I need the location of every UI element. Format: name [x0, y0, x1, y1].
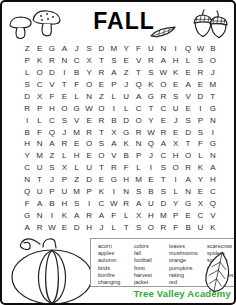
grid-cell[interactable]: O — [95, 150, 107, 162]
grid-cell[interactable]: V — [108, 150, 120, 162]
grid-cell[interactable]: I — [170, 174, 182, 186]
grid-cell[interactable]: L — [132, 162, 144, 174]
grid-cell[interactable]: A — [182, 174, 194, 186]
grid-cell[interactable]: O — [182, 150, 194, 162]
grid-cell[interactable]: R — [83, 209, 95, 221]
feather-icon — [150, 25, 177, 38]
grid-cell[interactable]: G — [207, 102, 219, 114]
grid-cell[interactable]: J — [46, 174, 58, 186]
grid-cell[interactable]: Z — [71, 174, 83, 186]
grid-cell[interactable]: Q — [132, 79, 144, 91]
grid-cell[interactable]: A — [157, 55, 169, 67]
grid-cell[interactable]: R — [132, 126, 144, 138]
grid-cell[interactable]: E — [194, 79, 206, 91]
grid-cell[interactable]: X — [194, 197, 206, 209]
grid-cell[interactable]: O — [207, 55, 219, 67]
grid-cell[interactable]: D — [157, 197, 169, 209]
grid-cell[interactable]: R — [182, 162, 194, 174]
grid-cell[interactable]: O — [83, 79, 95, 91]
grid-cell[interactable]: N — [120, 186, 132, 198]
grid-cell[interactable]: H — [170, 55, 182, 67]
grid-cell[interactable]: R — [95, 67, 107, 79]
word-search-grid: ZEGAJSDMYFUNIQWBPKRNCXTSEVRAHLSOLODIBYRA… — [21, 43, 219, 233]
grid-cell[interactable]: L — [71, 91, 83, 103]
grid-cell[interactable]: M — [132, 174, 144, 186]
grid-cell[interactable]: P — [33, 102, 45, 114]
grid-cell[interactable]: T — [33, 174, 45, 186]
grid-cell[interactable]: K — [120, 138, 132, 150]
grid-cell[interactable]: S — [21, 79, 33, 91]
grid-cell[interactable]: W — [145, 126, 157, 138]
grid-cell[interactable]: W — [83, 102, 95, 114]
grid-cell[interactable]: R — [157, 91, 169, 103]
grid-cell[interactable]: H — [71, 150, 83, 162]
grid-cell[interactable]: I — [108, 186, 120, 198]
grid-cell[interactable]: I — [207, 126, 219, 138]
grid-cell[interactable]: B — [182, 221, 194, 233]
publisher-credit: Tree Valley Academy — [134, 288, 231, 299]
grid-cell[interactable]: A — [95, 209, 107, 221]
grid-cell[interactable]: F — [194, 138, 206, 150]
grid-cell[interactable]: J — [207, 67, 219, 79]
grid-cell[interactable]: V — [207, 209, 219, 221]
grid-cell[interactable]: H — [58, 197, 70, 209]
grid-cell[interactable]: R — [194, 67, 206, 79]
grid-cell[interactable]: R — [83, 126, 95, 138]
grid-cell[interactable]: V — [46, 79, 58, 91]
acorns-icon — [189, 5, 231, 45]
grid-cell[interactable]: R — [157, 221, 169, 233]
grid-cell[interactable]: I — [194, 102, 206, 114]
grid-cell[interactable]: A — [71, 209, 83, 221]
grid-cell[interactable]: N — [83, 91, 95, 103]
grid-cell[interactable]: N — [207, 150, 219, 162]
grid-cell[interactable]: F — [33, 126, 45, 138]
grid-cell[interactable]: C — [71, 55, 83, 67]
grid-cell[interactable]: B — [120, 150, 132, 162]
grid-cell[interactable]: A — [21, 221, 33, 233]
grid-cell[interactable]: S — [71, 197, 83, 209]
grid-cell[interactable]: C — [46, 114, 58, 126]
grid-cell[interactable]: V — [182, 91, 194, 103]
grid-cell[interactable]: O — [83, 138, 95, 150]
grid-cell[interactable]: J — [145, 150, 157, 162]
grid-cell[interactable]: Z — [120, 67, 132, 79]
grid-cell[interactable]: D — [71, 221, 83, 233]
grid-cell[interactable]: Y — [83, 67, 95, 79]
grid-cell[interactable]: E — [182, 67, 194, 79]
grid-cell[interactable]: W — [194, 43, 206, 55]
grid-cell[interactable]: N — [21, 174, 33, 186]
worksheet-page: FALL ZEGAJSDMYFUNIQWBPKRNCXTSEVRAHLSOLOD… — [0, 0, 236, 305]
grid-cell[interactable]: L — [71, 162, 83, 174]
word-list-item: mushrooms — [169, 250, 207, 257]
grid-cell[interactable]: Y — [194, 174, 206, 186]
grid-cell[interactable]: T — [157, 174, 169, 186]
word-list-item: autumn — [98, 257, 134, 264]
grid-cell[interactable]: F — [120, 162, 132, 174]
word-list-item: football — [134, 257, 169, 264]
grid-cell[interactable]: Q — [182, 43, 194, 55]
grid-cell[interactable]: Q — [145, 138, 157, 150]
grid-cell[interactable]: T — [120, 221, 132, 233]
grid-cell[interactable]: G — [21, 209, 33, 221]
grid-cell[interactable]: Z — [46, 150, 58, 162]
grid-cell[interactable]: Y — [170, 197, 182, 209]
grid-cell[interactable]: E — [182, 209, 194, 221]
word-list-item: acorn — [98, 243, 134, 250]
grid-cell[interactable]: U — [145, 43, 157, 55]
grid-cell[interactable]: N — [132, 138, 144, 150]
grid-cell[interactable]: R — [95, 114, 107, 126]
grid-cell[interactable]: M — [207, 79, 219, 91]
grid-cell[interactable]: X — [33, 91, 45, 103]
grid-cell[interactable]: P — [83, 186, 95, 198]
word-list-item: colors — [134, 243, 169, 250]
grid-cell[interactable]: V — [132, 55, 144, 67]
grid-cell[interactable]: D — [46, 67, 58, 79]
grid-cell[interactable]: N — [33, 209, 45, 221]
grid-cell[interactable]: V — [71, 114, 83, 126]
grid-cell[interactable]: A — [207, 162, 219, 174]
grid-cell[interactable]: L — [170, 186, 182, 198]
word-list-item: frost — [134, 265, 169, 272]
grid-cell[interactable]: Q — [46, 126, 58, 138]
grid-cell[interactable]: Y — [120, 43, 132, 55]
grid-cell[interactable]: I — [83, 197, 95, 209]
grid-cell[interactable]: T — [145, 102, 157, 114]
grid-cell[interactable]: C — [207, 186, 219, 198]
grid-cell[interactable]: E — [95, 174, 107, 186]
grid-cell[interactable]: H — [21, 138, 33, 150]
grid-cell[interactable]: S — [83, 43, 95, 55]
grid-cell[interactable]: B — [207, 43, 219, 55]
grid-cell[interactable]: K — [170, 67, 182, 79]
grid-cell[interactable]: S — [108, 55, 120, 67]
grid-cell[interactable]: S — [145, 67, 157, 79]
grid-cell[interactable]: J — [71, 43, 83, 55]
grid-cell[interactable]: M — [33, 150, 45, 162]
grid-cell[interactable]: W — [46, 221, 58, 233]
grid-cell[interactable]: O — [145, 221, 157, 233]
grid-cell[interactable]: E — [170, 126, 182, 138]
word-list-item: apples — [98, 250, 134, 257]
grid-cell[interactable]: D — [83, 174, 95, 186]
grid-cell[interactable]: H — [46, 102, 58, 114]
grid-cell[interactable]: Q — [21, 186, 33, 198]
grid-cell[interactable]: O — [95, 102, 107, 114]
grid-cell[interactable]: D — [95, 43, 107, 55]
grid-cell[interactable]: K — [145, 79, 157, 91]
grid-cell[interactable]: C — [33, 79, 45, 91]
grid-cell[interactable]: E — [194, 186, 206, 198]
grid-cell[interactable]: D — [120, 114, 132, 126]
grid-cell[interactable]: M — [157, 209, 169, 221]
grid-cell[interactable]: R — [33, 221, 45, 233]
grid-cell[interactable]: I — [46, 209, 58, 221]
grid-cell[interactable]: M — [108, 43, 120, 55]
grid-cell[interactable]: H — [207, 174, 219, 186]
grid-cell[interactable]: E — [58, 221, 70, 233]
grid-cell[interactable]: C — [194, 209, 206, 221]
grid-cell[interactable]: A — [108, 138, 120, 150]
grid-cell[interactable]: R — [108, 162, 120, 174]
grid-cell[interactable]: F — [132, 43, 144, 55]
grid-cell[interactable]: T — [207, 91, 219, 103]
grid-cell[interactable]: E — [170, 79, 182, 91]
grid-cell[interactable]: Q — [207, 197, 219, 209]
grid-cell[interactable]: E — [83, 114, 95, 126]
grid-cell[interactable]: L — [33, 114, 45, 126]
grid-cell[interactable]: O — [132, 114, 144, 126]
grid-cell[interactable]: K — [207, 221, 219, 233]
grid-cell[interactable]: X — [108, 126, 120, 138]
word-list-item: fall — [134, 250, 169, 257]
grid-cell[interactable]: T — [95, 162, 107, 174]
word-list-column: acornapplesautumnbirdsbonfirechanging — [98, 243, 134, 286]
grid-cell[interactable]: S — [194, 55, 206, 67]
grid-cell[interactable]: O — [157, 79, 169, 91]
grid-cell[interactable]: Y — [21, 150, 33, 162]
word-list-item: jacket — [134, 279, 169, 286]
grid-cell[interactable]: R — [21, 102, 33, 114]
grid-cell[interactable]: I — [21, 114, 33, 126]
grid-cell[interactable]: S — [95, 138, 107, 150]
grid-cell[interactable]: B — [108, 114, 120, 126]
grid-cell[interactable]: E — [83, 150, 95, 162]
grid-cell[interactable]: T — [132, 67, 144, 79]
grid-cell[interactable]: O — [58, 102, 70, 114]
grid-cell[interactable]: H — [83, 221, 95, 233]
grid-cell[interactable]: M — [71, 186, 83, 198]
grid-cell[interactable]: L — [182, 55, 194, 67]
grid-cell[interactable]: W — [108, 197, 120, 209]
grid-cell[interactable]: S — [182, 114, 194, 126]
grid-cell[interactable]: F — [170, 221, 182, 233]
grid-cell[interactable]: X — [132, 209, 144, 221]
grid-cell[interactable]: N — [157, 43, 169, 55]
grid-cell[interactable]: P — [21, 55, 33, 67]
grid-cell[interactable]: L — [58, 150, 70, 162]
grid-cell[interactable]: J — [170, 114, 182, 126]
grid-cell[interactable]: S — [157, 162, 169, 174]
word-list-item: birds — [98, 265, 134, 272]
grid-cell[interactable]: H — [170, 150, 182, 162]
grid-cell[interactable]: A — [108, 67, 120, 79]
grid-cell[interactable]: G — [46, 43, 58, 55]
grid-cell[interactable]: U — [58, 186, 70, 198]
grid-cell[interactable]: U — [33, 162, 45, 174]
grid-cell[interactable]: C — [157, 102, 169, 114]
grid-cell[interactable]: P — [46, 186, 58, 198]
grid-cell[interactable]: E — [33, 43, 45, 55]
grid-cell[interactable]: P — [132, 150, 144, 162]
grid-cell[interactable]: G — [108, 174, 120, 186]
grid-cell[interactable]: Z — [95, 91, 107, 103]
grid-cell[interactable]: R — [157, 126, 169, 138]
grid-cell[interactable]: R — [145, 55, 157, 67]
grid-cell[interactable]: A — [33, 197, 45, 209]
grid-cell[interactable]: R — [58, 138, 70, 150]
grid-cell[interactable]: C — [132, 102, 144, 114]
grid-cell[interactable]: J — [120, 79, 132, 91]
grid-cell[interactable]: L — [108, 221, 120, 233]
grid-cell[interactable]: S — [58, 114, 70, 126]
grid-cell[interactable]: X — [58, 162, 70, 174]
grid-cell[interactable]: K — [194, 162, 206, 174]
grid-cell[interactable]: A — [46, 138, 58, 150]
grid-cell[interactable]: B — [71, 67, 83, 79]
grid-cell[interactable]: S — [170, 91, 182, 103]
grid-cell[interactable]: M — [71, 126, 83, 138]
grid-cell[interactable]: S — [132, 221, 144, 233]
grid-cell[interactable]: K — [58, 209, 70, 221]
grid-cell[interactable]: I — [108, 102, 120, 114]
grid-cell[interactable]: F — [21, 197, 33, 209]
grid-cell[interactable]: U — [170, 102, 182, 114]
grid-cell[interactable]: B — [145, 186, 157, 198]
grid-cell[interactable]: E — [120, 55, 132, 67]
grid-cell[interactable]: L — [108, 91, 120, 103]
grid-cell[interactable]: P — [194, 114, 206, 126]
grid-cell[interactable]: E — [71, 138, 83, 150]
grid-cell[interactable]: I — [170, 43, 182, 55]
grid-cell[interactable]: L — [120, 209, 132, 221]
grid-cell[interactable]: P — [58, 174, 70, 186]
word-list-item: bonfire — [98, 272, 134, 279]
grid-cell[interactable]: G — [71, 102, 83, 114]
grid-cell[interactable]: X — [83, 55, 95, 67]
grid-cell[interactable]: L — [21, 67, 33, 79]
grid-cell[interactable]: N — [182, 186, 194, 198]
grid-cell[interactable]: J — [58, 126, 70, 138]
grid-cell[interactable]: P — [170, 209, 182, 221]
grid-cell[interactable]: D — [182, 126, 194, 138]
grid-cell[interactable]: R — [46, 55, 58, 67]
word-list-item: changing — [98, 279, 134, 286]
grid-cell[interactable]: N — [58, 55, 70, 67]
grid-cell[interactable]: H — [145, 209, 157, 221]
pumpkin-icon — [5, 235, 99, 305]
grid-cell[interactable]: G — [120, 126, 132, 138]
grid-cell[interactable]: U — [194, 221, 206, 233]
grid-cell[interactable]: I — [58, 67, 70, 79]
grid-cell[interactable]: T — [95, 126, 107, 138]
grid-cell[interactable]: A — [182, 79, 194, 91]
grid-cell[interactable]: C — [157, 150, 169, 162]
grid-cell[interactable]: E — [58, 91, 70, 103]
grid-cell[interactable]: F — [71, 79, 83, 91]
word-list-column: colorsfallfootballfrostharvestjacket — [134, 243, 169, 286]
grid-cell[interactable]: S — [46, 162, 58, 174]
grid-cell[interactable]: X — [170, 138, 182, 150]
grid-cell[interactable]: E — [145, 174, 157, 186]
grid-cell[interactable]: E — [182, 102, 194, 114]
grid-cell[interactable]: Z — [21, 43, 33, 55]
grid-cell[interactable]: N — [33, 138, 45, 150]
grid-cell[interactable]: J — [95, 221, 107, 233]
grid-cell[interactable]: O — [170, 162, 182, 174]
grid-cell[interactable]: P — [108, 79, 120, 91]
grid-cell[interactable]: I — [145, 162, 157, 174]
grid-cell[interactable]: H — [120, 174, 132, 186]
grid-cell[interactable]: U — [145, 197, 157, 209]
grid-cell[interactable]: O — [33, 67, 45, 79]
grid-cell[interactable]: L — [194, 150, 206, 162]
grid-cell[interactable]: B — [46, 197, 58, 209]
word-list-item: harvest — [134, 272, 169, 279]
grid-cell[interactable]: T — [58, 79, 70, 91]
grid-cell[interactable]: Y — [145, 114, 157, 126]
grid-cell[interactable]: W — [157, 67, 169, 79]
grid-cell[interactable]: K — [95, 186, 107, 198]
grid-cell[interactable]: A — [157, 138, 169, 150]
grid-cell[interactable]: T — [182, 138, 194, 150]
grid-cell[interactable]: G — [145, 91, 157, 103]
grid-cell[interactable]: K — [33, 55, 45, 67]
grid-cell[interactable]: N — [207, 114, 219, 126]
word-list-item: leaves — [169, 243, 207, 250]
grid-cell[interactable]: S — [132, 186, 144, 198]
grid-cell[interactable]: U — [83, 162, 95, 174]
grid-cell[interactable]: F — [46, 91, 58, 103]
grid-cell[interactable]: A — [132, 91, 144, 103]
grid-cell[interactable]: L — [120, 102, 132, 114]
grid-cell[interactable]: E — [95, 79, 107, 91]
grid-cell[interactable]: G — [182, 197, 194, 209]
grid-cell[interactable]: D — [194, 91, 206, 103]
grid-cell[interactable]: R — [120, 197, 132, 209]
grid-cell[interactable]: C — [95, 197, 107, 209]
grid-cell[interactable]: U — [33, 186, 45, 198]
grid-cell[interactable]: A — [132, 197, 144, 209]
grid-cell[interactable]: B — [21, 126, 33, 138]
grid-cell[interactable]: S — [157, 186, 169, 198]
grid-cell[interactable]: C — [21, 162, 33, 174]
grid-cell[interactable]: A — [58, 43, 70, 55]
grid-cell[interactable]: S — [194, 126, 206, 138]
grid-cell[interactable]: F — [108, 209, 120, 221]
grid-cell[interactable]: G — [207, 138, 219, 150]
grid-cell[interactable]: U — [120, 91, 132, 103]
grid-cell[interactable]: D — [21, 91, 33, 103]
grid-cell[interactable]: E — [157, 114, 169, 126]
grid-cell[interactable]: T — [95, 55, 107, 67]
